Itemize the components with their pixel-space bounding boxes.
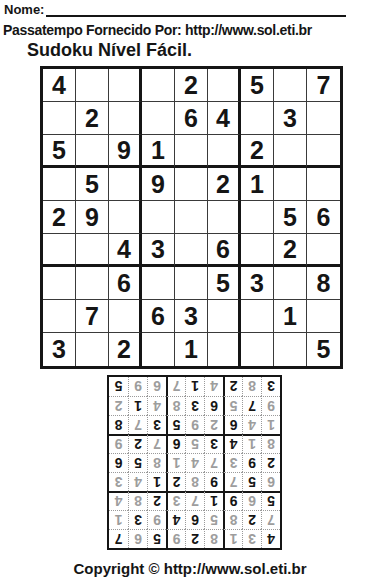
solution-cell-r3c3: 9 xyxy=(223,491,242,510)
puzzle-cell-r9c4 xyxy=(142,333,175,366)
puzzle-cell-r8c8: 1 xyxy=(274,300,307,333)
solution-cell-r6c8: 2 xyxy=(128,434,147,453)
puzzle-cell-r2c6: 4 xyxy=(208,102,241,135)
puzzle-cell-r5c1: 2 xyxy=(43,201,76,234)
puzzle-cell-r9c6 xyxy=(208,333,241,366)
solution-cell-r4c4: 9 xyxy=(204,472,223,491)
puzzle-cell-r7c7: 3 xyxy=(241,267,274,300)
puzzle-cell-r5c5 xyxy=(175,201,208,234)
solution-cell-r1c2: 3 xyxy=(242,529,261,548)
provided-by-text: Passatempo Fornecido Por: http://www.sol… xyxy=(3,22,312,38)
puzzle-cell-r9c3: 2 xyxy=(109,333,142,366)
puzzle-cell-r4c9 xyxy=(307,168,340,201)
puzzle-cell-r2c3 xyxy=(109,102,142,135)
puzzle-cell-r3c9 xyxy=(307,135,340,168)
solution-cell-r3c2: 6 xyxy=(242,491,261,510)
puzzle-cell-r3c4: 1 xyxy=(142,135,175,168)
puzzle-cell-r8c6 xyxy=(208,300,241,333)
solution-cell-r3c9: 4 xyxy=(109,491,128,510)
puzzle-cell-r7c9: 8 xyxy=(307,267,340,300)
solution-cell-r6c9: 9 xyxy=(109,434,128,453)
copyright-text: Copyright © http://www.sol.eti.br xyxy=(0,560,380,577)
puzzle-cell-r4c8 xyxy=(274,168,307,201)
puzzle-cell-r6c3: 4 xyxy=(109,234,142,267)
solution-cell-r9c2: 8 xyxy=(242,377,261,396)
puzzle-cell-r2c1 xyxy=(43,102,76,135)
solution-cell-r3c6: 3 xyxy=(166,491,185,510)
solution-cell-r8c6: 8 xyxy=(166,396,185,415)
solution-cell-r7c3: 6 xyxy=(223,415,242,434)
name-row: Nome: xyxy=(4,2,346,17)
solution-cell-r4c9: 3 xyxy=(109,472,128,491)
solution-cell-r9c7: 6 xyxy=(147,377,166,396)
puzzle-cell-r1c8 xyxy=(274,69,307,102)
puzzle-cell-r9c5: 1 xyxy=(175,333,208,366)
puzzle-cell-r8c5: 3 xyxy=(175,300,208,333)
solution-cell-r7c9: 8 xyxy=(109,415,128,434)
solution-cell-r5c2: 9 xyxy=(242,453,261,472)
solution-cell-r6c4: 3 xyxy=(204,434,223,453)
puzzle-cell-r1c2 xyxy=(76,69,109,102)
solution-cell-r7c7: 3 xyxy=(147,415,166,434)
solution-cell-r3c7: 2 xyxy=(147,491,166,510)
solution-cell-r1c1: 4 xyxy=(261,529,280,548)
solution-cell-r7c6: 5 xyxy=(166,415,185,434)
solution-cell-r3c4: 1 xyxy=(204,491,223,510)
puzzle-cell-r9c2 xyxy=(76,333,109,366)
solution-cell-r1c8: 6 xyxy=(128,529,147,548)
name-label: Nome: xyxy=(4,2,44,17)
puzzle-cell-r6c9 xyxy=(307,234,340,267)
solution-cell-r2c1: 7 xyxy=(261,510,280,529)
puzzle-cell-r2c4 xyxy=(142,102,175,135)
solution-cell-r8c8: 1 xyxy=(128,396,147,415)
puzzle-cell-r9c1: 3 xyxy=(43,333,76,366)
puzzle-cell-r3c7: 2 xyxy=(241,135,274,168)
puzzle-cell-r2c9 xyxy=(307,102,340,135)
puzzle-cell-r3c6 xyxy=(208,135,241,168)
puzzle-cell-r8c9 xyxy=(307,300,340,333)
solution-cell-r6c6: 6 xyxy=(166,434,185,453)
solution-cell-r6c1: 8 xyxy=(261,434,280,453)
solution-cell-r7c8: 7 xyxy=(128,415,147,434)
puzzle-cell-r1c4 xyxy=(142,69,175,102)
puzzle-cell-r7c2 xyxy=(76,267,109,300)
solution-cell-r2c5: 6 xyxy=(185,510,204,529)
solution-cell-r5c4: 7 xyxy=(204,453,223,472)
puzzle-cell-r6c5 xyxy=(175,234,208,267)
puzzle-cell-r9c8 xyxy=(274,333,307,366)
puzzle-cell-r6c2 xyxy=(76,234,109,267)
solution-cell-r5c7: 8 xyxy=(147,453,166,472)
solution-cell-r9c5: 1 xyxy=(185,377,204,396)
solution-cell-r2c7: 9 xyxy=(147,510,166,529)
puzzle-cell-r1c7: 5 xyxy=(241,69,274,102)
puzzle-cell-r4c6: 2 xyxy=(208,168,241,201)
solution-cell-r7c5: 9 xyxy=(185,415,204,434)
puzzle-cell-r2c2: 2 xyxy=(76,102,109,135)
solution-cell-r5c5: 4 xyxy=(185,453,204,472)
solution-cell-r2c4: 5 xyxy=(204,510,223,529)
puzzle-cell-r6c1 xyxy=(43,234,76,267)
puzzle-cell-r8c4: 6 xyxy=(142,300,175,333)
solution-cell-r3c8: 8 xyxy=(128,491,147,510)
puzzle-cell-r3c3: 9 xyxy=(109,135,142,168)
puzzle-grid: 425726435912592129564362653876313215 xyxy=(40,66,343,369)
solution-cell-r4c8: 4 xyxy=(128,472,147,491)
solution-cell-r9c9: 5 xyxy=(109,377,128,396)
solution-cell-r4c6: 2 xyxy=(166,472,185,491)
puzzle-cell-r5c3 xyxy=(109,201,142,234)
solution-cell-r5c9: 6 xyxy=(109,453,128,472)
puzzle-cell-r4c1 xyxy=(43,168,76,201)
puzzle-cell-r5c6 xyxy=(208,201,241,234)
puzzle-cell-r3c5 xyxy=(175,135,208,168)
solution-cell-r6c2: 1 xyxy=(242,434,261,453)
solution-cell-r4c3: 7 xyxy=(223,472,242,491)
solution-cell-r8c1: 9 xyxy=(261,396,280,415)
solution-cell-r7c2: 4 xyxy=(242,415,261,434)
solution-cell-r9c6: 7 xyxy=(166,377,185,396)
puzzle-cell-r3c1: 5 xyxy=(43,135,76,168)
solution-cell-r5c3: 3 xyxy=(223,453,242,472)
puzzle-cell-r6c4: 3 xyxy=(142,234,175,267)
puzzle-cell-r8c7 xyxy=(241,300,274,333)
puzzle-cell-r6c8: 2 xyxy=(274,234,307,267)
puzzle-cell-r4c3 xyxy=(109,168,142,201)
solution-cell-r8c4: 6 xyxy=(204,396,223,415)
name-blank-line xyxy=(46,4,346,17)
solution-cell-r2c8: 3 xyxy=(128,510,147,529)
puzzle-cell-r4c2: 5 xyxy=(76,168,109,201)
puzzle-cell-r8c3 xyxy=(109,300,142,333)
solution-cell-r1c9: 7 xyxy=(109,529,128,548)
puzzle-cell-r8c2: 7 xyxy=(76,300,109,333)
solution-cell-r1c6: 9 xyxy=(166,529,185,548)
solution-cell-r2c6: 4 xyxy=(166,510,185,529)
solution-cell-r9c8: 9 xyxy=(128,377,147,396)
solution-cell-r3c5: 7 xyxy=(185,491,204,510)
puzzle-cell-r5c2: 9 xyxy=(76,201,109,234)
puzzle-cell-r7c5 xyxy=(175,267,208,300)
puzzle-cell-r7c1 xyxy=(43,267,76,300)
solution-cell-r2c3: 8 xyxy=(223,510,242,529)
puzzle-cell-r1c9: 7 xyxy=(307,69,340,102)
solution-cell-r2c2: 2 xyxy=(242,510,261,529)
solution-cell-r8c3: 5 xyxy=(223,396,242,415)
solution-cell-r5c8: 5 xyxy=(128,453,147,472)
puzzle-cell-r6c7 xyxy=(241,234,274,267)
page-title: Sudoku Nível Fácil. xyxy=(27,40,192,61)
solution-cell-r9c3: 2 xyxy=(223,377,242,396)
puzzle-cell-r9c7 xyxy=(241,333,274,366)
solution-cell-r1c4: 8 xyxy=(204,529,223,548)
solution-cell-r7c4: 2 xyxy=(204,415,223,434)
solution-cell-r8c7: 4 xyxy=(147,396,166,415)
solution-grid: 4318295677285649315691732846579821432937… xyxy=(107,375,282,550)
puzzle-cell-r7c8 xyxy=(274,267,307,300)
solution-cell-r2c9: 1 xyxy=(109,510,128,529)
puzzle-cell-r1c5: 2 xyxy=(175,69,208,102)
solution-cell-r6c7: 7 xyxy=(147,434,166,453)
puzzle-cell-r9c9: 5 xyxy=(307,333,340,366)
solution-cell-r6c3: 4 xyxy=(223,434,242,453)
solution-cell-r4c7: 1 xyxy=(147,472,166,491)
puzzle-cell-r5c4 xyxy=(142,201,175,234)
puzzle-cell-r8c1 xyxy=(43,300,76,333)
puzzle-cell-r7c6: 5 xyxy=(208,267,241,300)
puzzle-cell-r2c7 xyxy=(241,102,274,135)
puzzle-cell-r1c6 xyxy=(208,69,241,102)
puzzle-cell-r3c2 xyxy=(76,135,109,168)
puzzle-cell-r1c1: 4 xyxy=(43,69,76,102)
solution-cell-r5c1: 2 xyxy=(261,453,280,472)
solution-cell-r5c6: 1 xyxy=(166,453,185,472)
puzzle-cell-r6c6: 6 xyxy=(208,234,241,267)
puzzle-cell-r2c5: 6 xyxy=(175,102,208,135)
solution-cell-r1c3: 1 xyxy=(223,529,242,548)
puzzle-cell-r7c4 xyxy=(142,267,175,300)
solution-cell-r1c5: 2 xyxy=(185,529,204,548)
solution-cell-r9c4: 4 xyxy=(204,377,223,396)
puzzle-cell-r7c3: 6 xyxy=(109,267,142,300)
solution-cell-r3c1: 5 xyxy=(261,491,280,510)
puzzle-cell-r2c8: 3 xyxy=(274,102,307,135)
puzzle-cell-r1c3 xyxy=(109,69,142,102)
puzzle-cell-r4c7: 1 xyxy=(241,168,274,201)
puzzle-cell-r4c5 xyxy=(175,168,208,201)
puzzle-cell-r3c8 xyxy=(274,135,307,168)
solution-cell-r8c2: 7 xyxy=(242,396,261,415)
puzzle-cell-r4c4: 9 xyxy=(142,168,175,201)
puzzle-cell-r5c8: 5 xyxy=(274,201,307,234)
solution-cell-r8c9: 2 xyxy=(109,396,128,415)
puzzle-cell-r5c9: 6 xyxy=(307,201,340,234)
solution-cell-r4c5: 8 xyxy=(185,472,204,491)
solution-cell-r6c5: 5 xyxy=(185,434,204,453)
puzzle-cell-r5c7 xyxy=(241,201,274,234)
solution-cell-r1c7: 5 xyxy=(147,529,166,548)
solution-cell-r4c1: 6 xyxy=(261,472,280,491)
solution-cell-r9c1: 3 xyxy=(261,377,280,396)
solution-cell-r8c5: 3 xyxy=(185,396,204,415)
solution-cell-r4c2: 5 xyxy=(242,472,261,491)
solution-cell-r7c1: 1 xyxy=(261,415,280,434)
